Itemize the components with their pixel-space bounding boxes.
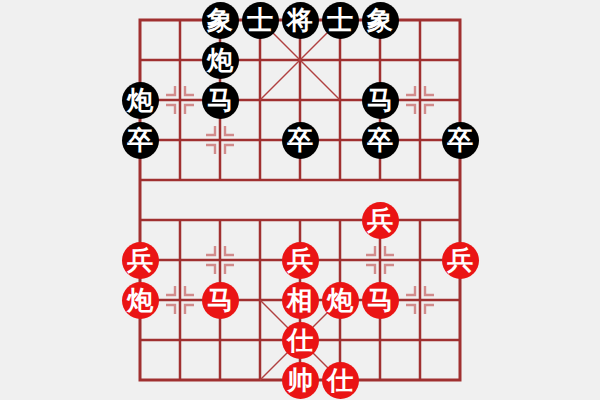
piece-black-soldier[interactable]: 卒: [282, 122, 319, 159]
piece-black-elephant[interactable]: 象: [202, 2, 239, 39]
piece-red-soldier[interactable]: 兵: [282, 242, 319, 279]
piece-red-soldier[interactable]: 兵: [122, 242, 159, 279]
piece-red-general[interactable]: 帅: [282, 362, 319, 399]
piece-black-horse[interactable]: 马: [202, 82, 239, 119]
piece-black-cannon[interactable]: 炮: [122, 82, 159, 119]
piece-red-horse[interactable]: 马: [202, 282, 239, 319]
piece-red-advisor[interactable]: 仕: [282, 322, 319, 359]
xiangqi-board: 象士将士象炮炮马马卒卒卒卒兵兵兵兵炮马相炮马仕帅仕: [0, 0, 600, 400]
piece-red-cannon[interactable]: 炮: [322, 282, 359, 319]
piece-black-cannon[interactable]: 炮: [202, 42, 239, 79]
piece-red-soldier[interactable]: 兵: [442, 242, 479, 279]
piece-black-soldier[interactable]: 卒: [362, 122, 399, 159]
piece-black-advisor[interactable]: 士: [242, 2, 279, 39]
piece-red-horse[interactable]: 马: [362, 282, 399, 319]
piece-black-advisor[interactable]: 士: [322, 2, 359, 39]
piece-red-advisor[interactable]: 仕: [322, 362, 359, 399]
piece-black-soldier[interactable]: 卒: [442, 122, 479, 159]
piece-black-soldier[interactable]: 卒: [122, 122, 159, 159]
piece-red-soldier[interactable]: 兵: [362, 202, 399, 239]
piece-black-general[interactable]: 将: [282, 2, 319, 39]
piece-black-elephant[interactable]: 象: [362, 2, 399, 39]
piece-red-elephant[interactable]: 相: [282, 282, 319, 319]
piece-red-cannon[interactable]: 炮: [122, 282, 159, 319]
pieces-layer: 象士将士象炮炮马马卒卒卒卒兵兵兵兵炮马相炮马仕帅仕: [120, 0, 480, 400]
piece-black-horse[interactable]: 马: [362, 82, 399, 119]
